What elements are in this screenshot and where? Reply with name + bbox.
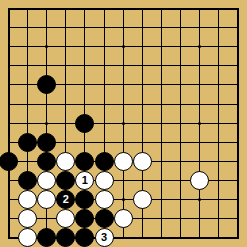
go-board: 123: [0, 0, 247, 247]
black-stone: [37, 228, 56, 247]
white-stone: [18, 228, 37, 247]
black-stone: [56, 228, 75, 247]
white-stone: [95, 190, 114, 209]
white-stone: [114, 209, 133, 228]
white-stone: [37, 171, 56, 190]
black-stone: [18, 171, 37, 190]
star-point: [122, 122, 125, 125]
grid-line-vertical: [237, 8, 239, 239]
black-stone: [18, 133, 37, 152]
star-point: [122, 198, 125, 201]
white-stone: [190, 171, 209, 190]
black-stone: [37, 75, 56, 94]
star-point: [198, 45, 201, 48]
white-stone: [133, 190, 152, 209]
white-stone: [18, 209, 37, 228]
star-point: [45, 122, 48, 125]
black-stone: [75, 190, 94, 209]
white-stone: [114, 152, 133, 171]
black-stone: [37, 152, 56, 171]
black-stone: [95, 209, 114, 228]
black-stone: [95, 152, 114, 171]
grid-line-vertical: [218, 8, 219, 239]
grid-line-vertical: [180, 8, 181, 239]
grid-line-vertical: [161, 8, 162, 239]
black-stone: [75, 209, 94, 228]
black-stone: [75, 228, 94, 247]
white-stone: [56, 152, 75, 171]
star-point: [198, 198, 201, 201]
black-stone: [75, 152, 94, 171]
black-stone: [37, 133, 56, 152]
white-stone: [37, 190, 56, 209]
white-stone: [95, 171, 114, 190]
black-stone: [75, 114, 94, 133]
white-stone: [133, 152, 152, 171]
white-stone-move-1: 1: [75, 171, 94, 190]
star-point: [45, 45, 48, 48]
white-stone-move-3: 3: [95, 228, 114, 247]
black-stone-move-2: 2: [56, 190, 75, 209]
go-diagram: 123: [0, 0, 247, 247]
white-stone: [18, 190, 37, 209]
star-point: [198, 122, 201, 125]
white-stone: [56, 209, 75, 228]
black-stone: [56, 171, 75, 190]
black-stone: [0, 152, 18, 171]
star-point: [122, 45, 125, 48]
